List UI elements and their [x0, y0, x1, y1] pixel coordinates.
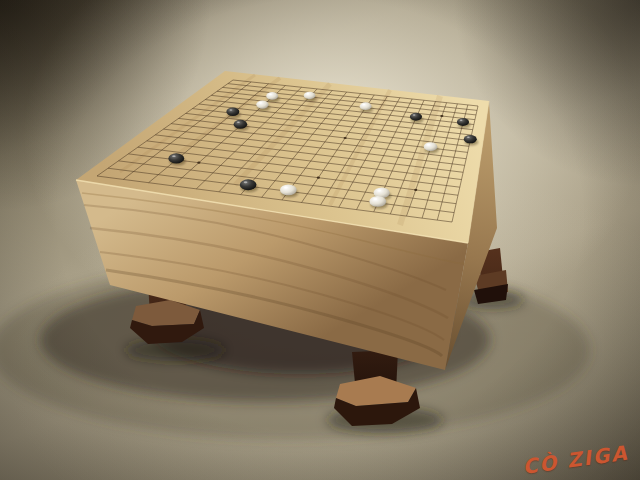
hoshi-point — [414, 189, 417, 191]
stone-highlight — [284, 187, 288, 189]
hoshi-point — [440, 115, 443, 117]
stone-highlight — [259, 102, 262, 103]
black-stone — [464, 135, 477, 143]
hoshi-point — [344, 137, 347, 139]
stone-highlight — [373, 198, 377, 200]
stone-highlight — [307, 93, 310, 94]
stone-highlight — [237, 121, 240, 123]
scene: CÒ ZIGA — [0, 0, 640, 480]
white-stone — [266, 92, 278, 100]
black-stone — [234, 120, 248, 129]
hoshi-point — [317, 177, 320, 179]
stone-highlight — [244, 181, 248, 183]
white-stone — [280, 185, 297, 196]
stone-highlight — [172, 155, 175, 157]
stone-highlight — [413, 114, 416, 115]
stone-highlight — [377, 190, 381, 192]
white-stone — [424, 142, 438, 151]
black-stone — [410, 113, 422, 121]
white-stone — [360, 102, 372, 110]
goban-render — [0, 0, 640, 480]
stone-highlight — [229, 109, 232, 111]
stone-highlight — [269, 94, 272, 95]
white-stone — [256, 101, 268, 109]
stone-highlight — [427, 144, 430, 146]
black-stone — [168, 153, 184, 163]
black-stone — [457, 118, 469, 126]
black-stone — [226, 108, 239, 116]
stone-highlight — [467, 136, 470, 138]
black-stone — [240, 179, 257, 190]
white-stone — [304, 92, 316, 100]
hoshi-point — [197, 162, 200, 164]
stone-highlight — [363, 104, 366, 105]
white-stone — [369, 196, 386, 207]
stone-highlight — [460, 119, 463, 120]
